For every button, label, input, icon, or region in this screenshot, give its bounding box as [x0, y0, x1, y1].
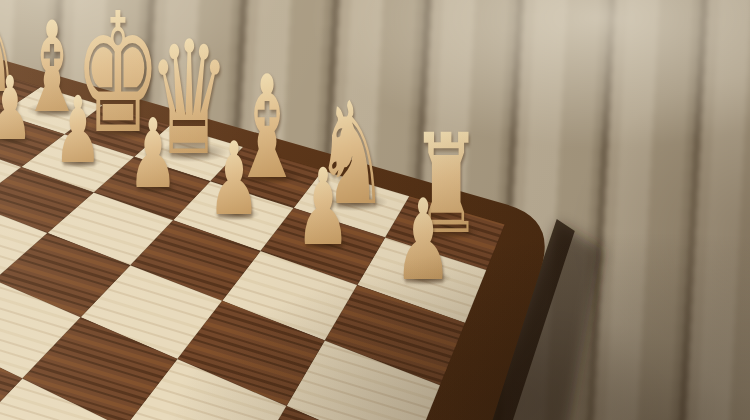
- chess-photo-scene: ♟♟♟♟♟♟♟♟♟♟♜♞♝♛♚♝♞♜: [0, 0, 750, 420]
- piece-white-pawn-f2[interactable]: ♟: [0, 65, 33, 153]
- piece-black-pawn-c7[interactable]: ♟: [0, 397, 6, 420]
- piece-white-pawn-a2[interactable]: ♟: [393, 183, 451, 295]
- piece-white-pawn-b2[interactable]: ♟: [296, 155, 351, 261]
- piece-white-pawn-e2[interactable]: ♟: [54, 85, 102, 177]
- piece-white-pawn-c2[interactable]: ♟: [208, 129, 261, 230]
- piece-white-pawn-d2[interactable]: ♟: [128, 106, 178, 202]
